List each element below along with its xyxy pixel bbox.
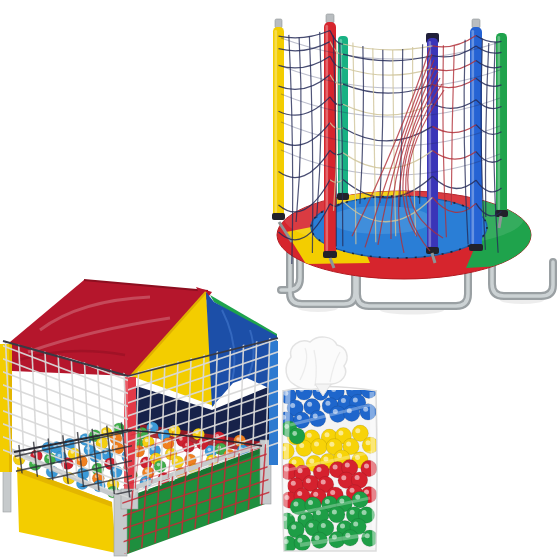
trampoline: [272, 14, 553, 315]
scene: [0, 0, 560, 560]
pit-post-right-blue: [269, 341, 278, 465]
ball-bag: [278, 337, 379, 552]
ball-pit: [0, 195, 296, 560]
canopy: [10, 280, 277, 407]
product-image: [0, 0, 560, 560]
